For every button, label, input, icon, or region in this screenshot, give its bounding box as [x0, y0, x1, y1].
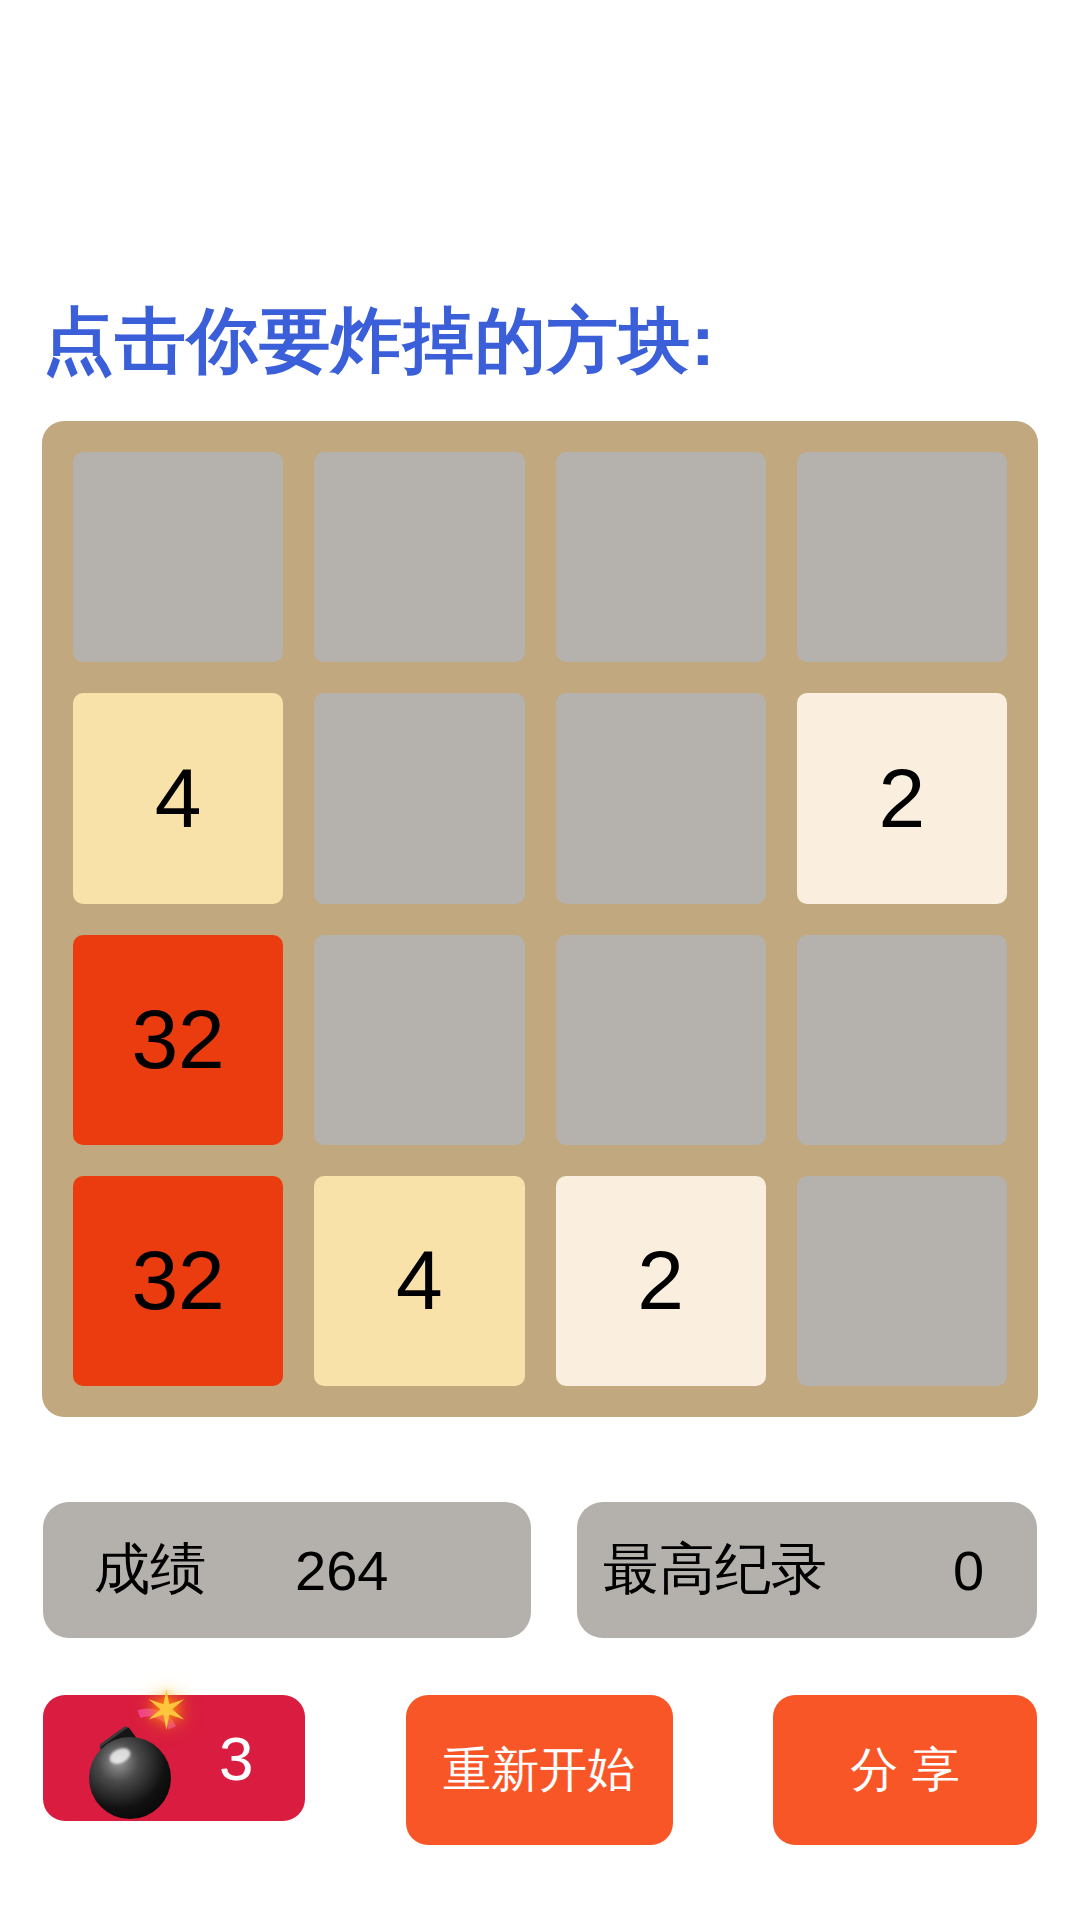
score-label: 成绩: [94, 1532, 206, 1608]
cell-r1-c3[interactable]: 2: [797, 693, 1007, 903]
cell-r2-c3[interactable]: [797, 935, 1007, 1145]
share-label: 分 享: [850, 1738, 959, 1802]
share-button[interactable]: 分 享: [773, 1695, 1037, 1845]
cell-r1-c0[interactable]: 4: [73, 693, 283, 903]
bomb-icon: ✶: [87, 1695, 181, 1821]
action-bar: ✶ 3 重新开始 分 享: [43, 1695, 1037, 1845]
cell-r3-c0[interactable]: 32: [73, 1176, 283, 1386]
best-score-box: 最高纪录 0: [577, 1502, 1037, 1638]
cell-r3-c2[interactable]: 2: [556, 1176, 766, 1386]
bomb-button[interactable]: ✶ 3: [43, 1695, 305, 1821]
cell-r3-c1[interactable]: 4: [314, 1176, 524, 1386]
page-title: 点击你要炸掉的方块:: [43, 300, 716, 382]
score-row: 成绩 264 最高纪录 0: [43, 1502, 1037, 1638]
cell-r3-c3[interactable]: [797, 1176, 1007, 1386]
bomb-count: 3: [219, 1723, 253, 1794]
restart-label: 重新开始: [443, 1738, 635, 1802]
cell-r0-c3[interactable]: [797, 452, 1007, 662]
restart-button[interactable]: 重新开始: [406, 1695, 673, 1845]
cell-r1-c1[interactable]: [314, 693, 524, 903]
best-score-value: 0: [953, 1538, 984, 1603]
score-value: 264: [295, 1538, 388, 1603]
cell-r0-c1[interactable]: [314, 452, 524, 662]
cell-r1-c2[interactable]: [556, 693, 766, 903]
cell-r2-c0[interactable]: 32: [73, 935, 283, 1145]
cell-r2-c1[interactable]: [314, 935, 524, 1145]
cell-r2-c2[interactable]: [556, 935, 766, 1145]
spark-icon: ✶: [144, 1683, 189, 1737]
score-box: 成绩 264: [43, 1502, 531, 1638]
bomb-body: [89, 1737, 171, 1819]
cell-r0-c2[interactable]: [556, 452, 766, 662]
best-score-label: 最高纪录: [603, 1532, 827, 1608]
game-board: 4 2 32 32 4 2: [42, 421, 1038, 1417]
cell-r0-c0[interactable]: [73, 452, 283, 662]
